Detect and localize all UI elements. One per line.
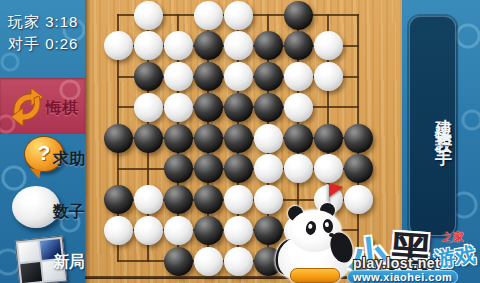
black-stone (284, 1, 313, 30)
white-stone (314, 154, 343, 183)
player-label: 玩家 (8, 13, 40, 30)
panda-mascot (276, 202, 354, 283)
panda-waistband (290, 268, 340, 283)
white-stone (134, 93, 163, 122)
black-stone (224, 154, 253, 183)
black-stone (134, 124, 163, 153)
black-stone (344, 124, 373, 153)
black-stone (134, 62, 163, 91)
black-stone (194, 93, 223, 122)
white-stone (194, 247, 223, 276)
white-stone (224, 31, 253, 60)
white-stone (254, 124, 283, 153)
flag-red-triangle (329, 183, 343, 197)
black-stone (284, 31, 313, 60)
black-stone (284, 124, 313, 153)
count-button-label: 数子 (53, 202, 85, 223)
opponent-timer: 对手 0:26 (8, 35, 78, 54)
opponent-label: 对手 (8, 35, 40, 52)
white-stone (104, 216, 133, 245)
black-stone (194, 216, 223, 245)
black-stone (314, 124, 343, 153)
black-stone (104, 124, 133, 153)
white-stone (224, 1, 253, 30)
black-stone (254, 62, 283, 91)
black-stone (104, 185, 133, 214)
black-stone (224, 93, 253, 122)
black-stone (194, 31, 223, 60)
undo-button-label: 悔棋 (46, 98, 78, 119)
opponent-time-value: 0:26 (45, 35, 78, 52)
white-stone (164, 62, 193, 91)
help-button[interactable]: ? 求助 (0, 134, 85, 184)
white-stone (164, 216, 193, 245)
black-stone (344, 154, 373, 183)
go-game-app: 玩家 3:18 对手 0:26 悔棋 ? 求助 数子 新局 (0, 0, 480, 283)
black-stone (164, 124, 193, 153)
white-stone (314, 31, 343, 60)
watermark-red-text: 之家 (442, 230, 464, 245)
white-stone (164, 93, 193, 122)
watermark: 小 黑 游戏 之家 play.lost.net www.xiaohei.com (346, 226, 480, 283)
white-stone (224, 62, 253, 91)
white-stone (104, 31, 133, 60)
player-time-value: 3:18 (45, 13, 78, 30)
white-stone (134, 1, 163, 30)
new-game-button-label: 新局 (53, 252, 85, 273)
player-timer: 玩家 3:18 (8, 13, 78, 32)
white-stone (194, 1, 223, 30)
white-stone (134, 216, 163, 245)
help-button-label: 求助 (53, 149, 85, 170)
watermark-url: play.lost.net (353, 255, 440, 271)
black-stone (164, 247, 193, 276)
black-stone (254, 31, 283, 60)
hint-text: 建议弃权一手! (410, 31, 455, 227)
new-game-button[interactable]: 新局 (0, 236, 85, 283)
black-stone (164, 154, 193, 183)
white-stone (224, 185, 253, 214)
white-stone (254, 154, 283, 183)
white-stone (224, 247, 253, 276)
undo-arrows-icon (5, 84, 49, 128)
watermark-site: www.xiaohei.com (347, 270, 458, 283)
count-stones-button[interactable]: 数子 (0, 184, 85, 234)
black-stone (254, 93, 283, 122)
black-stone (194, 185, 223, 214)
white-stone (314, 62, 343, 91)
left-sidebar: 玩家 3:18 对手 0:26 悔棋 ? 求助 数子 新局 (0, 0, 85, 283)
black-stone (194, 62, 223, 91)
white-stone (284, 154, 313, 183)
white-stone (224, 216, 253, 245)
hint-box: 建议弃权一手! (409, 16, 456, 236)
black-stone (194, 154, 223, 183)
black-stone (224, 124, 253, 153)
undo-button[interactable]: 悔棋 (0, 78, 85, 134)
black-stone (164, 185, 193, 214)
white-stone (164, 31, 193, 60)
white-stone (134, 31, 163, 60)
white-stone (134, 185, 163, 214)
white-stone (284, 93, 313, 122)
black-stone (194, 124, 223, 153)
white-stone (284, 62, 313, 91)
